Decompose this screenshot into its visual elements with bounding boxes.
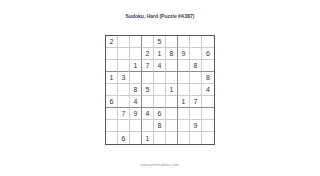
- sudoku-cell-r2c9: 6: [202, 48, 214, 60]
- sudoku-cell-r2c5: 1: [154, 48, 166, 60]
- sudoku-cell-r8c5: 8: [154, 120, 166, 132]
- sudoku-cell-r7c2: 7: [118, 108, 130, 120]
- sudoku-cell-r7c1: [106, 108, 118, 120]
- sudoku-cell-r4c6: [166, 72, 178, 84]
- sudoku-cell-r3c1: [106, 60, 118, 72]
- sudoku-cell-r4c2: 3: [118, 72, 130, 84]
- sudoku-cell-r6c4: [142, 96, 154, 108]
- sudoku-cell-r4c9: 8: [202, 72, 214, 84]
- sudoku-cell-r6c6: [166, 96, 178, 108]
- sudoku-cell-r4c8: [190, 72, 202, 84]
- sudoku-cell-r5c2: [118, 84, 130, 96]
- sudoku-cell-r4c4: [142, 72, 154, 84]
- sudoku-cell-r8c6: [166, 120, 178, 132]
- sudoku-cell-r5c6: 1: [166, 84, 178, 96]
- sudoku-cell-r2c4: 2: [142, 48, 154, 60]
- sudoku-cell-r6c8: 7: [190, 96, 202, 108]
- sudoku-cell-r3c5: 4: [154, 60, 166, 72]
- sudoku-cell-r1c2: [118, 36, 130, 48]
- sudoku-cell-r9c2: 6: [118, 132, 130, 144]
- sudoku-cell-r7c8: [190, 108, 202, 120]
- page-title: Sudoku, Hard (Puzzle #A387): [92, 13, 228, 19]
- sudoku-cell-r4c3: [130, 72, 142, 84]
- sudoku-cell-r2c8: [190, 48, 202, 60]
- sudoku-cell-r8c3: [130, 120, 142, 132]
- sudoku-cell-r1c9: [202, 36, 214, 48]
- sudoku-cell-r9c5: [154, 132, 166, 144]
- sudoku-cell-r8c4: [142, 120, 154, 132]
- sudoku-cell-r9c1: [106, 132, 118, 144]
- sudoku-cell-r6c1: 6: [106, 96, 118, 108]
- sudoku-cell-r9c4: 1: [142, 132, 154, 144]
- sudoku-cell-r8c9: [202, 120, 214, 132]
- sudoku-cell-r6c7: 1: [178, 96, 190, 108]
- sudoku-cell-r4c7: [178, 72, 190, 84]
- sudoku-cell-r5c4: 5: [142, 84, 154, 96]
- sudoku-cell-r7c9: [202, 108, 214, 120]
- sudoku-sheet: Sudoku, Hard (Puzzle #A387) 252189617481…: [92, 0, 228, 176]
- sudoku-cell-r9c9: [202, 132, 214, 144]
- sudoku-cell-r1c4: [142, 36, 154, 48]
- sudoku-cell-r6c5: [154, 96, 166, 108]
- sudoku-cell-r3c4: 7: [142, 60, 154, 72]
- sudoku-cell-r5c9: 4: [202, 84, 214, 96]
- sudoku-cell-r2c2: [118, 48, 130, 60]
- sudoku-cell-r9c7: [178, 132, 190, 144]
- sudoku-cell-r5c1: [106, 84, 118, 96]
- sudoku-cell-r1c3: [130, 36, 142, 48]
- sudoku-cell-r4c5: [154, 72, 166, 84]
- sudoku-cell-r6c3: 4: [130, 96, 142, 108]
- sudoku-cell-r8c7: [178, 120, 190, 132]
- sudoku-cell-r7c7: [178, 108, 190, 120]
- sudoku-cell-r5c3: 8: [130, 84, 142, 96]
- sudoku-cell-r5c5: [154, 84, 166, 96]
- sudoku-cell-r7c3: 9: [130, 108, 142, 120]
- footer-url: www.printsudoku.com: [92, 162, 228, 167]
- sudoku-cell-r7c4: 4: [142, 108, 154, 120]
- sudoku-cell-r8c8: 9: [190, 120, 202, 132]
- sudoku-cell-r1c8: [190, 36, 202, 48]
- sudoku-cell-r6c2: [118, 96, 130, 108]
- sudoku-cell-r8c1: [106, 120, 118, 132]
- sudoku-cell-r7c6: [166, 108, 178, 120]
- sudoku-cell-r3c6: [166, 60, 178, 72]
- sudoku-cell-r9c3: [130, 132, 142, 144]
- sudoku-cell-r1c1: 2: [106, 36, 118, 48]
- sudoku-cell-r9c6: [166, 132, 178, 144]
- sudoku-cell-r3c9: [202, 60, 214, 72]
- sudoku-cell-r2c3: [130, 48, 142, 60]
- sudoku-cell-r3c8: 8: [190, 60, 202, 72]
- sudoku-cell-r3c3: 1: [130, 60, 142, 72]
- sudoku-cell-r1c5: 5: [154, 36, 166, 48]
- sudoku-cell-r8c2: [118, 120, 130, 132]
- sudoku-cell-r4c1: 1: [106, 72, 118, 84]
- sudoku-cell-r3c2: [118, 60, 130, 72]
- sudoku-cell-r5c7: [178, 84, 190, 96]
- sudoku-cell-r1c6: [166, 36, 178, 48]
- sudoku-cell-r9c8: [190, 132, 202, 144]
- sudoku-cell-r1c7: [178, 36, 190, 48]
- sudoku-cell-r2c1: [106, 48, 118, 60]
- sudoku-cell-r7c5: 6: [154, 108, 166, 120]
- sudoku-cell-r3c7: [178, 60, 190, 72]
- sudoku-cell-r2c6: 8: [166, 48, 178, 60]
- sudoku-cell-r2c7: 9: [178, 48, 190, 60]
- sudoku-cell-r5c8: [190, 84, 202, 96]
- sudoku-cell-r6c9: [202, 96, 214, 108]
- sudoku-board: 252189617481388514641779468961: [105, 35, 215, 145]
